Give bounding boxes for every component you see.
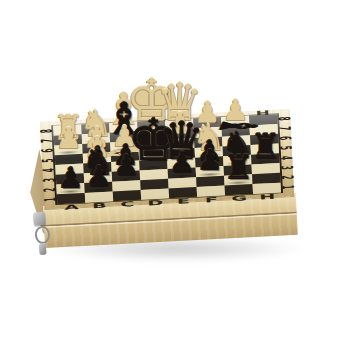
- file-label-front-g: G: [231, 194, 247, 203]
- square-a6[interactable]: ♟: [54, 144, 82, 155]
- rank-label-right-3: 3: [277, 165, 296, 170]
- black-pawn[interactable]: ♟: [86, 162, 112, 191]
- square-b2[interactable]: ♟: [84, 182, 112, 193]
- black-rook[interactable]: ♜: [250, 129, 280, 163]
- rank-label-right-2: 2: [278, 175, 297, 180]
- black-pawn[interactable]: ♟: [58, 164, 84, 193]
- black-rook[interactable]: ♜: [223, 150, 253, 184]
- square-g2[interactable]: ♜: [224, 174, 252, 185]
- file-label-back-h: H: [256, 109, 271, 117]
- black-pawn[interactable]: ♟: [169, 148, 195, 177]
- white-pawn[interactable]: ♟: [56, 124, 82, 153]
- file-label-front-f: F: [205, 195, 218, 203]
- file-label-front-h: H: [259, 192, 275, 201]
- file-label-front-d: D: [147, 198, 163, 207]
- clasp-plate: [33, 212, 46, 226]
- file-label-front-b: B: [92, 201, 107, 209]
- file-label-front-a: A: [64, 203, 79, 211]
- square-e3[interactable]: ♟: [168, 167, 196, 178]
- rank-label-right-1: 1: [278, 185, 297, 190]
- file-label-front-c: C: [120, 200, 134, 208]
- black-pawn[interactable]: ♟: [197, 146, 223, 175]
- board-grid: ♝♚♛♟♟♜♞♝♟♝♟♟♟♟♟♝♞♟♟♚♛♟♞♜♞♟♟♟♟♟♜: [51, 113, 283, 205]
- black-pawn[interactable]: ♟: [113, 151, 139, 180]
- clasp-tail: [39, 244, 47, 256]
- product-photo-scene: ♝♚♛♟♟♜♞♝♟♝♟♟♟♟♟♝♞♟♟♚♛♟♞♜♞♟♟♟♟♟♜ AABBCCDD…: [0, 0, 350, 350]
- square-h4[interactable]: ♜: [251, 153, 279, 164]
- square-c3[interactable]: ♟: [112, 170, 140, 181]
- white-pawn[interactable]: ♟: [222, 96, 248, 125]
- clasp-ring: [34, 225, 51, 244]
- file-label-front-e: E: [177, 197, 190, 205]
- square-a2[interactable]: ♟: [56, 183, 84, 194]
- square-f3[interactable]: ♟: [196, 166, 224, 177]
- metal-clasp-icon[interactable]: [28, 211, 54, 261]
- rank-label-right-8: 8: [275, 116, 294, 121]
- chess-board: ♝♚♛♟♟♜♞♝♟♝♟♟♟♟♟♝♞♟♟♚♛♟♞♜♞♟♟♟♟♟♜ AABBCCDD…: [40, 109, 294, 209]
